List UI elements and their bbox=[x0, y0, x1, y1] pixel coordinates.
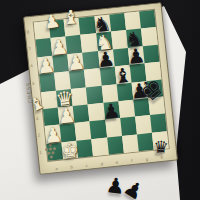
square-h2[interactable] bbox=[150, 114, 167, 133]
file-label-d: d bbox=[94, 161, 109, 167]
black-pawn[interactable]: ♟ bbox=[102, 100, 122, 122]
square-e1[interactable] bbox=[107, 136, 124, 155]
photo-scene: CHESS 87654321 abcdefgh ♞♟♞♞♟♟♟♟♝♛♟♚♟♟♟♚… bbox=[0, 0, 200, 200]
board-grid: ♞♟♞♞♟♟♟♟♝♛♟♚♟♟♟♚ bbox=[34, 10, 169, 161]
file-label-a: a bbox=[49, 166, 64, 172]
white-pawn[interactable]: ♟ bbox=[36, 55, 56, 77]
white-pawn[interactable]: ♟ bbox=[66, 52, 86, 74]
rank-label-1: 1 bbox=[39, 144, 43, 162]
loose-white-pawn[interactable]: ♟ bbox=[43, 12, 62, 33]
rank-label-2: 2 bbox=[37, 127, 41, 145]
white-king[interactable]: ♚ bbox=[60, 140, 80, 162]
square-a6[interactable]: ♟ bbox=[37, 56, 54, 75]
square-f1[interactable] bbox=[122, 134, 139, 153]
rank-label-6: 6 bbox=[29, 58, 33, 76]
file-label-e: e bbox=[109, 160, 124, 166]
square-g2[interactable] bbox=[135, 115, 152, 134]
file-label-f: f bbox=[124, 158, 139, 164]
chess-board: CHESS 87654321 abcdefgh ♞♟♞♞♟♟♟♟♝♛♟♚♟♟♟♚… bbox=[23, 2, 178, 175]
rank-label-8: 8 bbox=[26, 23, 30, 41]
file-label-b: b bbox=[64, 165, 79, 171]
loose-white-bishop[interactable]: ♝ bbox=[62, 8, 80, 28]
square-e3[interactable]: ♟ bbox=[103, 101, 120, 120]
square-h4[interactable]: ♚ bbox=[146, 79, 163, 98]
rank-label-5: 5 bbox=[31, 75, 35, 93]
square-c6[interactable]: ♟ bbox=[67, 52, 84, 71]
square-f2[interactable] bbox=[120, 117, 137, 136]
square-b1[interactable]: ♚ bbox=[62, 140, 79, 159]
file-label-g: g bbox=[139, 157, 154, 163]
rank-label-7: 7 bbox=[28, 40, 32, 58]
file-label-c: c bbox=[79, 163, 94, 169]
loose-black-queen[interactable]: ♛ bbox=[153, 139, 169, 157]
square-d1[interactable] bbox=[92, 137, 109, 156]
square-g1[interactable] bbox=[137, 133, 154, 152]
